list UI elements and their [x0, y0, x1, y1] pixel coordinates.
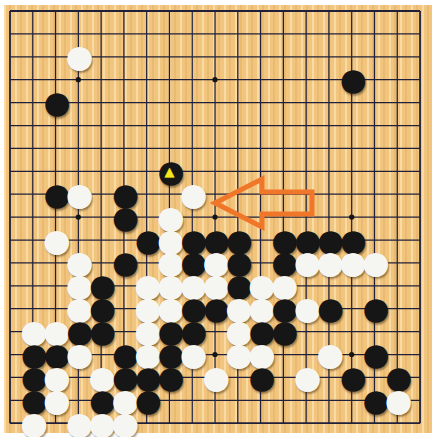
- go-game-screenshot: ●●●●▲●●●●●●●●●●●●●●●●●●●●●●●●●●●●●●●●●●●…: [0, 0, 436, 437]
- board-grid: [0, 0, 436, 437]
